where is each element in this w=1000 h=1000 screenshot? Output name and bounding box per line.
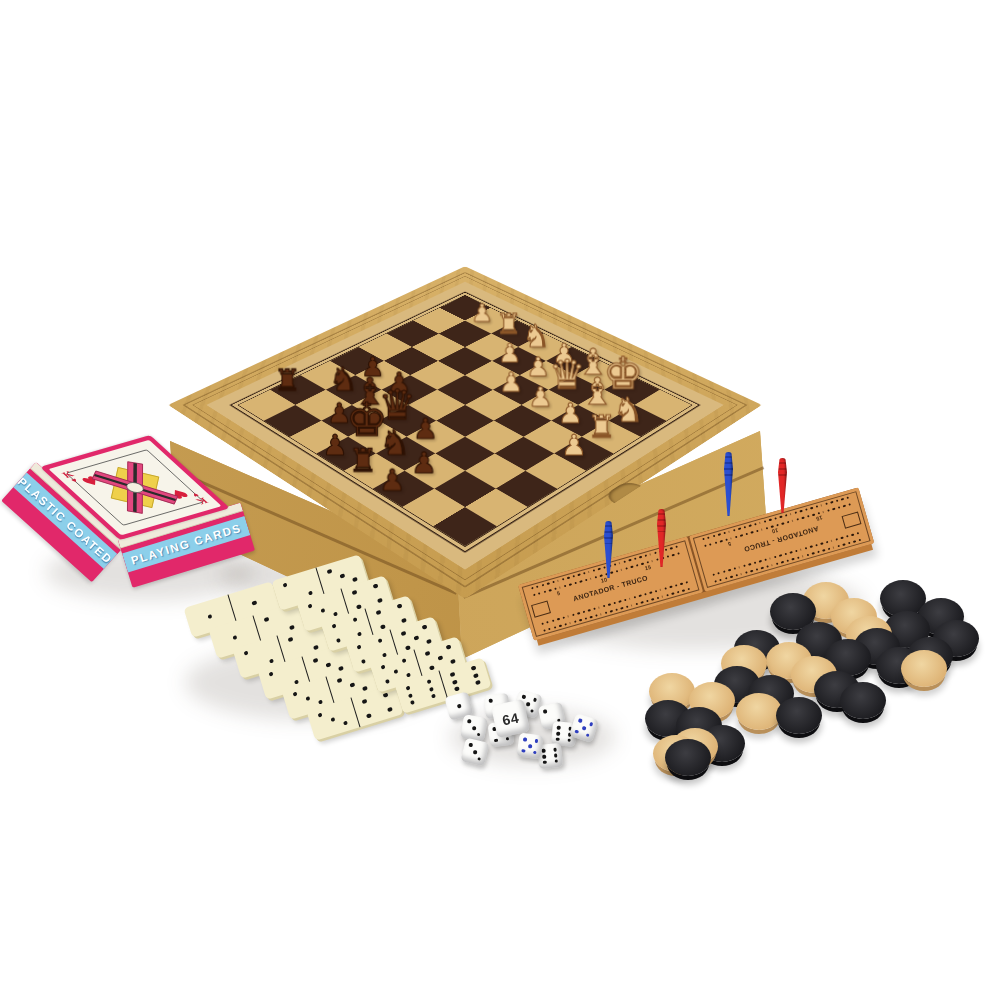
- checkers-pieces: [0, 0, 1000, 1000]
- product-photo-wood-game-set: { "game": "7-in-1 wooden game set: chess…: [0, 0, 1000, 1000]
- checker-disc-black[interactable]: [840, 682, 886, 719]
- checker-disc-wood[interactable]: [736, 693, 782, 730]
- checker-disc-wood[interactable]: [901, 650, 947, 687]
- checker-disc-black[interactable]: [665, 739, 711, 776]
- checker-disc-black[interactable]: [776, 697, 822, 734]
